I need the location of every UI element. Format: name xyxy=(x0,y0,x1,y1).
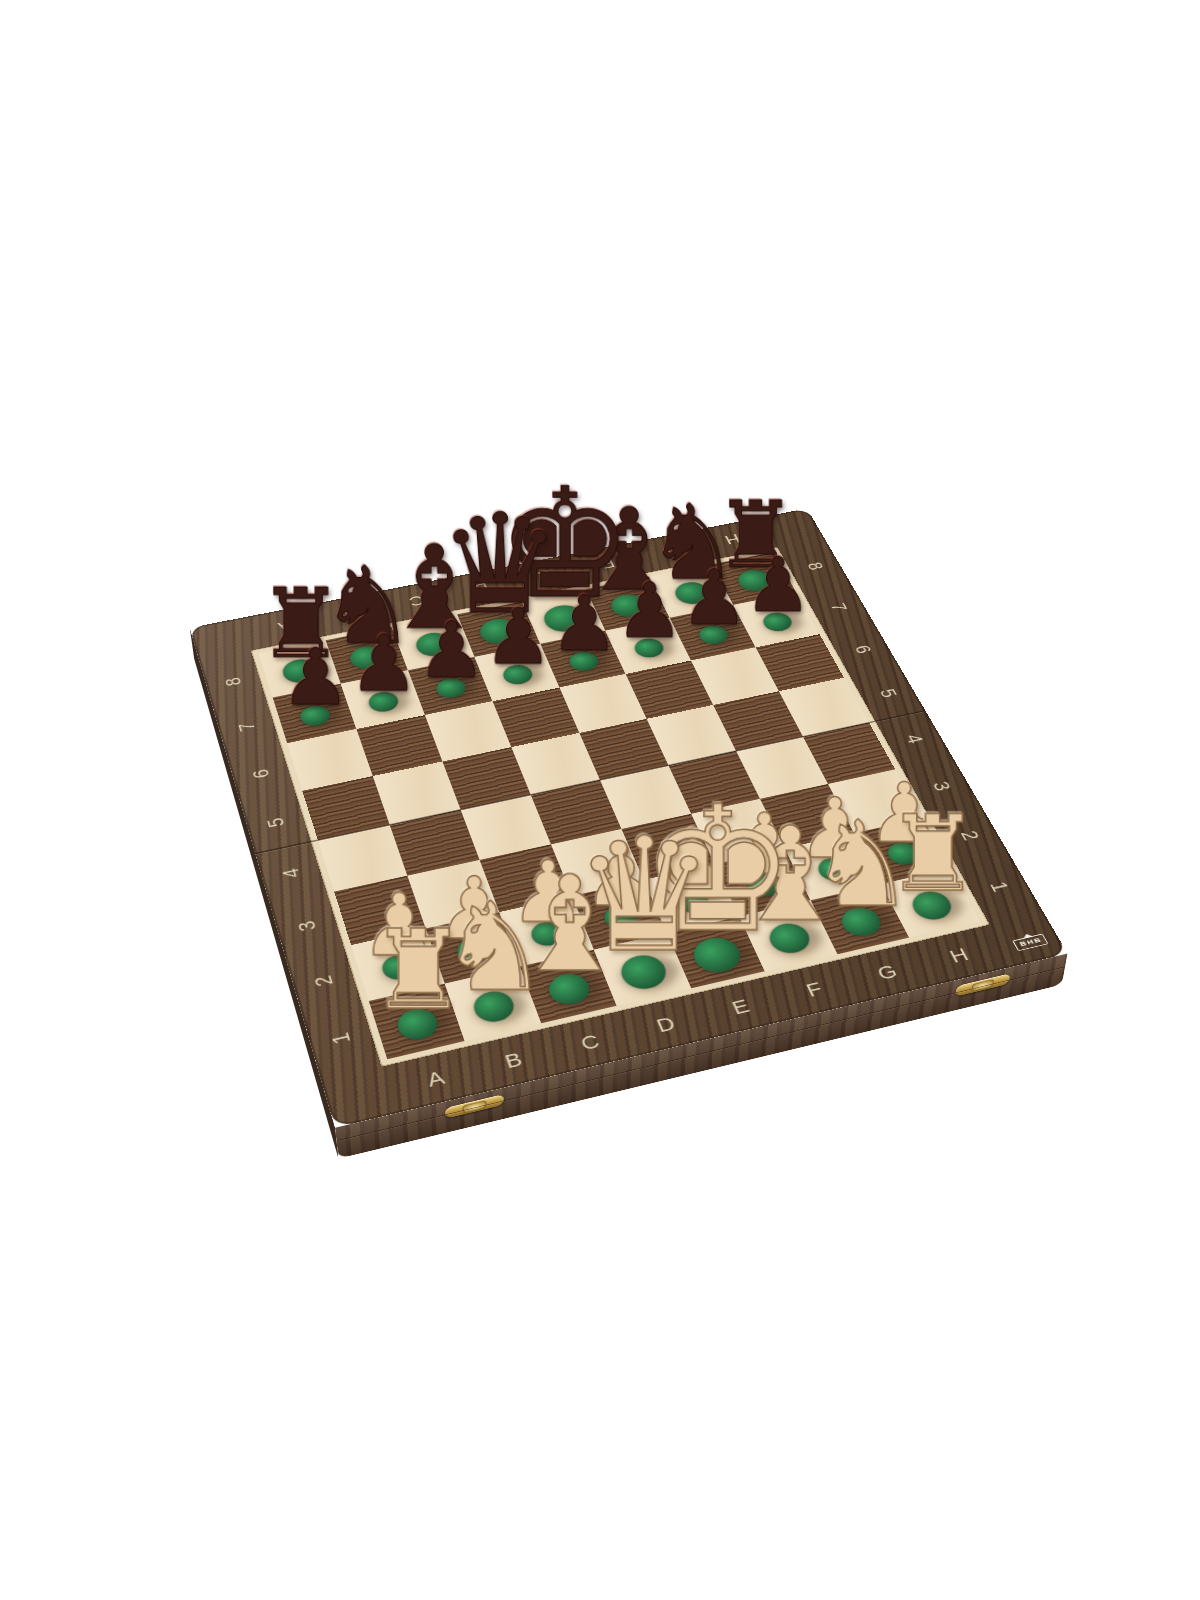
piece-black-pawn-b7[interactable]: ♟ xyxy=(349,626,419,704)
square-c7[interactable]: ♟ xyxy=(408,657,493,715)
rank-label-left-6: 6 xyxy=(220,748,302,799)
bhb-logo: BHB xyxy=(1012,934,1048,952)
rank-label-left-7: 7 xyxy=(207,702,287,751)
chess-board: ABCDEFGH ABCDEFGH 87654321 87654321 ♜♞♝♛… xyxy=(190,508,1068,1127)
piece-black-pawn-f7[interactable]: ♟ xyxy=(616,574,684,650)
square-a1[interactable]: ♜ xyxy=(369,984,465,1060)
rank-label-left-8: 8 xyxy=(194,658,272,705)
piece-black-pawn-d7[interactable]: ♟ xyxy=(484,599,553,676)
piece-black-pawn-e7[interactable]: ♟ xyxy=(550,586,618,662)
piece-black-pawn-g7[interactable]: ♟ xyxy=(681,561,749,636)
scene: ABCDEFGH ABCDEFGH 87654321 87654321 ♜♞♝♛… xyxy=(250,430,950,1130)
piece-black-pawn-c7[interactable]: ♟ xyxy=(417,613,486,690)
product-photo: ABCDEFGH ABCDEFGH 87654321 87654321 ♜♞♝♛… xyxy=(0,0,1200,1600)
piece-white-rook-a1[interactable]: ♜ xyxy=(369,916,468,1026)
logo-text: BHB xyxy=(1018,936,1043,948)
piece-black-pawn-a7[interactable]: ♟ xyxy=(281,639,351,717)
square-b5[interactable] xyxy=(373,761,461,824)
board-frame: ABCDEFGH ABCDEFGH 87654321 87654321 ♜♞♝♛… xyxy=(190,508,1068,1127)
